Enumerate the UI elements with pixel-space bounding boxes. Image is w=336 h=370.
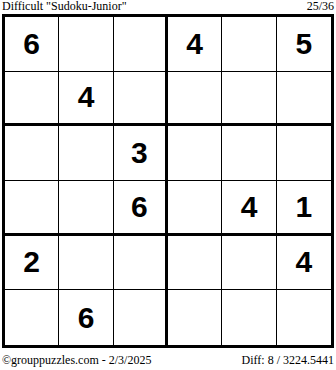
cell-r5c3[interactable] [114, 236, 168, 291]
sudoku-board: 64543641246 [2, 14, 334, 348]
difficulty-text: Diff: 8 / 3224.5441 [242, 353, 334, 367]
cell-r5c1[interactable]: 2 [5, 236, 59, 291]
cell-r2c4[interactable] [168, 72, 222, 127]
cell-r1c2[interactable] [59, 17, 113, 72]
cell-r2c2[interactable]: 4 [59, 72, 113, 127]
cell-r6c4[interactable] [168, 290, 222, 345]
cell-r6c3[interactable] [114, 290, 168, 345]
cell-r2c3[interactable] [114, 72, 168, 127]
cell-r6c5[interactable] [222, 290, 276, 345]
cell-r5c4[interactable] [168, 236, 222, 291]
cell-r4c1[interactable] [5, 181, 59, 236]
cell-r3c1[interactable] [5, 126, 59, 181]
cell-r5c6[interactable]: 4 [277, 236, 331, 291]
cell-r5c5[interactable] [222, 236, 276, 291]
cell-r2c5[interactable] [222, 72, 276, 127]
cell-r3c2[interactable] [59, 126, 113, 181]
cell-r4c5[interactable]: 4 [222, 181, 276, 236]
cell-r3c6[interactable] [277, 126, 331, 181]
cell-r3c3[interactable]: 3 [114, 126, 168, 181]
cell-r1c3[interactable] [114, 17, 168, 72]
cell-r1c5[interactable] [222, 17, 276, 72]
cell-r6c2[interactable]: 6 [59, 290, 113, 345]
cell-r6c1[interactable] [5, 290, 59, 345]
cell-r2c1[interactable] [5, 72, 59, 127]
cell-r3c5[interactable] [222, 126, 276, 181]
cell-r2c6[interactable] [277, 72, 331, 127]
cell-r4c6[interactable]: 1 [277, 181, 331, 236]
cell-r1c1[interactable]: 6 [5, 17, 59, 72]
cell-r1c4[interactable]: 4 [168, 17, 222, 72]
cell-r6c6[interactable] [277, 290, 331, 345]
remaining-counter: 25/36 [307, 0, 334, 13]
cell-r4c4[interactable] [168, 181, 222, 236]
cell-r3c4[interactable] [168, 126, 222, 181]
cell-r5c2[interactable] [59, 236, 113, 291]
cell-r4c2[interactable] [59, 181, 113, 236]
cell-r4c3[interactable]: 6 [114, 181, 168, 236]
cell-r1c6[interactable]: 5 [277, 17, 331, 72]
puzzle-page: Difficult "Sudoku-Junior" 25/36 64543641… [0, 0, 336, 370]
copyright-text: ©grouppuzzles.com - 2/3/2025 [2, 353, 151, 367]
puzzle-title: Difficult "Sudoku-Junior" [2, 0, 127, 13]
